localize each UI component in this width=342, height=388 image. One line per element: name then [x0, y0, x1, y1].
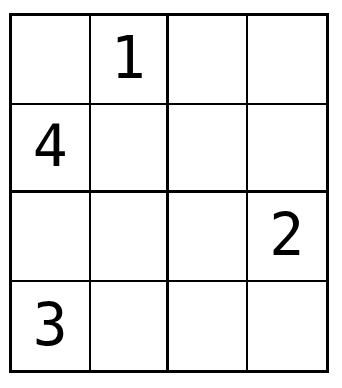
- sudoku-board: 1 4 2 3: [9, 13, 329, 373]
- sudoku-cell-r3c4[interactable]: 2: [248, 193, 327, 282]
- sudoku-cell-r3c1[interactable]: [12, 193, 91, 282]
- sudoku-cell-r4c4[interactable]: [248, 282, 327, 371]
- sudoku-cell-r4c2[interactable]: [91, 282, 170, 371]
- sudoku-cell-r3c2[interactable]: [91, 193, 170, 282]
- sudoku-cell-r2c3[interactable]: [169, 105, 248, 194]
- sudoku-cell-r1c3[interactable]: [169, 16, 248, 105]
- cell-value: 2: [269, 206, 304, 264]
- sudoku-cell-r1c1[interactable]: [12, 16, 91, 105]
- cell-value: 1: [111, 29, 146, 87]
- sudoku-page: 1 4 2 3: [0, 0, 342, 388]
- sudoku-cell-r1c2[interactable]: 1: [91, 16, 170, 105]
- sudoku-cell-r1c4[interactable]: [248, 16, 327, 105]
- sudoku-cell-r2c2[interactable]: [91, 105, 170, 194]
- sudoku-cell-r2c4[interactable]: [248, 105, 327, 194]
- sudoku-cell-r4c3[interactable]: [169, 282, 248, 371]
- sudoku-cell-r3c3[interactable]: [169, 193, 248, 282]
- cell-value: 3: [33, 296, 68, 354]
- cell-value: 4: [33, 117, 68, 175]
- sudoku-cell-r4c1[interactable]: 3: [12, 282, 91, 371]
- sudoku-cell-r2c1[interactable]: 4: [12, 105, 91, 194]
